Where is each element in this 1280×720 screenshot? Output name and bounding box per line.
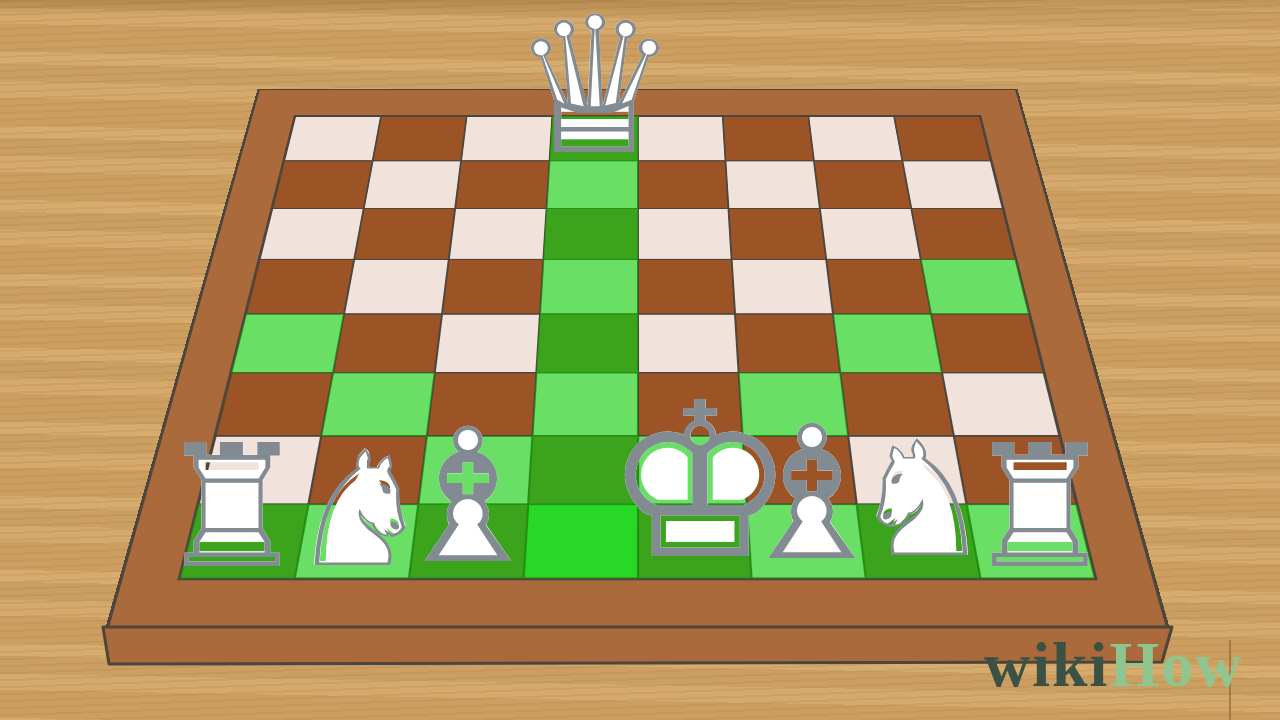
square-g5 — [826, 259, 931, 314]
square-f2 — [743, 436, 857, 504]
square-d4 — [536, 314, 638, 373]
square-a5 — [246, 259, 354, 314]
square-g6 — [820, 208, 921, 259]
square-g2 — [848, 436, 966, 504]
square-g8 — [809, 116, 903, 161]
board-frame — [105, 89, 1171, 630]
square-h8 — [894, 116, 991, 161]
square-b7 — [364, 161, 461, 209]
square-d6 — [543, 208, 637, 259]
square-e4 — [638, 314, 740, 373]
square-e1 — [638, 504, 752, 578]
square-f8 — [723, 116, 814, 161]
square-d2 — [528, 436, 638, 504]
square-b5 — [344, 259, 449, 314]
square-e2 — [638, 436, 748, 504]
wikihow-wiki-text: wiki — [984, 629, 1109, 700]
square-a3 — [216, 373, 333, 436]
square-g3 — [841, 373, 954, 436]
square-b4 — [333, 314, 442, 373]
square-e8 — [638, 116, 726, 161]
square-a4 — [231, 314, 344, 373]
square-h7 — [902, 161, 1002, 209]
square-b2 — [308, 436, 426, 504]
square-b3 — [321, 373, 434, 436]
square-a6 — [260, 208, 364, 259]
square-c1 — [409, 504, 528, 578]
square-g1 — [857, 504, 981, 578]
square-b8 — [373, 116, 467, 161]
square-f3 — [739, 373, 848, 436]
square-a7 — [272, 161, 372, 209]
square-e3 — [638, 373, 743, 436]
square-c6 — [449, 208, 547, 259]
square-d7 — [546, 161, 637, 209]
square-g4 — [833, 314, 942, 373]
square-h5 — [921, 259, 1029, 314]
chess-board — [177, 115, 1097, 580]
square-e5 — [638, 259, 736, 314]
square-e6 — [638, 208, 732, 259]
square-g7 — [814, 161, 911, 209]
square-h4 — [931, 314, 1044, 373]
square-h2 — [954, 436, 1077, 504]
square-c7 — [455, 161, 549, 209]
square-f7 — [726, 161, 820, 209]
square-b6 — [354, 208, 455, 259]
wikihow-logo: wikiHow — [984, 633, 1243, 697]
square-f4 — [735, 314, 840, 373]
square-d1 — [523, 504, 637, 578]
square-b1 — [294, 504, 418, 578]
square-c4 — [434, 314, 539, 373]
square-c8 — [461, 116, 552, 161]
square-h1 — [967, 504, 1095, 578]
square-c2 — [418, 436, 532, 504]
square-d5 — [540, 259, 638, 314]
square-a2 — [199, 436, 322, 504]
square-f5 — [732, 259, 833, 314]
square-a8 — [284, 116, 381, 161]
square-h3 — [942, 373, 1059, 436]
square-d3 — [532, 373, 637, 436]
square-f6 — [729, 208, 827, 259]
wikihow-how-text: How — [1109, 629, 1243, 700]
square-h6 — [911, 208, 1015, 259]
square-c5 — [442, 259, 543, 314]
square-c3 — [427, 373, 536, 436]
square-f1 — [747, 504, 866, 578]
square-e7 — [638, 161, 729, 209]
square-a1 — [180, 504, 308, 578]
square-d8 — [549, 116, 637, 161]
